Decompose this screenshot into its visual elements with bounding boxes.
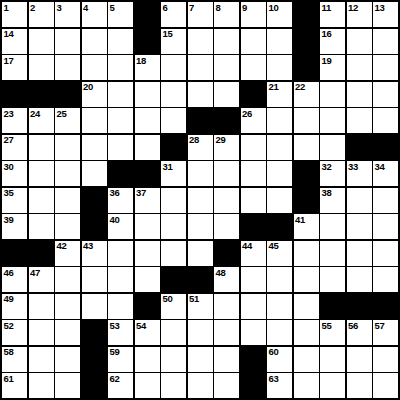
block-cell-r12c15 (373, 294, 398, 319)
letter-cell-r4c7[interactable] (161, 82, 186, 107)
letter-cell-r11c9[interactable]: 48 (214, 267, 239, 292)
clue-number-39: 39 (4, 215, 14, 225)
letter-cell-r11c2[interactable]: 47 (29, 267, 54, 292)
block-cell-r4c10 (241, 82, 266, 107)
block-cell-r7c12 (294, 161, 319, 186)
block-cell-r14c10 (241, 347, 266, 372)
letter-cell-r11c3[interactable] (55, 267, 80, 292)
letter-cell-r4c15[interactable] (373, 82, 398, 107)
letter-cell-r2c5[interactable] (108, 29, 133, 54)
clue-number-20: 20 (83, 82, 93, 92)
clue-number-3: 3 (57, 3, 62, 13)
letter-cell-r10c14[interactable] (347, 241, 372, 266)
letter-cell-r15c3[interactable] (55, 373, 80, 398)
clue-number-35: 35 (4, 188, 14, 198)
letter-cell-r6c1[interactable]: 27 (2, 135, 27, 160)
clue-number-1: 1 (4, 3, 9, 13)
block-cell-r12c14 (347, 294, 372, 319)
block-cell-r6c14 (347, 135, 372, 160)
letter-cell-r8c5[interactable]: 36 (108, 188, 133, 213)
letter-cell-r1c15[interactable]: 13 (373, 2, 398, 27)
letter-cell-r11c6[interactable] (135, 267, 160, 292)
letter-cell-r4c4[interactable]: 20 (82, 82, 107, 107)
clue-number-21: 21 (269, 82, 279, 92)
letter-cell-r10c12[interactable] (294, 241, 319, 266)
letter-cell-r2c4[interactable] (82, 29, 107, 54)
letter-cell-r15c7[interactable] (161, 373, 186, 398)
letter-cell-r12c7[interactable]: 50 (161, 294, 186, 319)
letter-cell-r5c2[interactable]: 24 (29, 108, 54, 133)
letter-cell-r7c4[interactable] (82, 161, 107, 186)
letter-cell-r13c12[interactable] (294, 320, 319, 345)
letter-cell-r5c1[interactable]: 23 (2, 108, 27, 133)
clue-number-47: 47 (30, 268, 40, 278)
letter-cell-r8c1[interactable]: 35 (2, 188, 27, 213)
letter-cell-r8c6[interactable]: 37 (135, 188, 160, 213)
clue-number-29: 29 (216, 135, 226, 145)
letter-cell-r3c13[interactable]: 19 (320, 55, 345, 80)
clue-number-49: 49 (4, 294, 14, 304)
letter-cell-r13c10[interactable] (241, 320, 266, 345)
letter-cell-r4c6[interactable] (135, 82, 160, 107)
clue-number-44: 44 (242, 241, 252, 251)
clue-number-31: 31 (163, 162, 173, 172)
clue-number-53: 53 (110, 321, 120, 331)
letter-cell-r13c2[interactable] (29, 320, 54, 345)
letter-cell-r4c5[interactable] (108, 82, 133, 107)
letter-cell-r11c5[interactable] (108, 267, 133, 292)
letter-cell-r5c3[interactable]: 25 (55, 108, 80, 133)
letter-cell-r11c13[interactable] (320, 267, 345, 292)
letter-cell-r14c1[interactable]: 58 (2, 347, 27, 372)
clue-number-61: 61 (4, 374, 14, 384)
clue-number-62: 62 (110, 374, 120, 384)
clue-number-23: 23 (4, 109, 14, 119)
block-cell-r4c2 (29, 82, 54, 107)
letter-cell-r4c11[interactable]: 21 (267, 82, 292, 107)
letter-cell-r5c14[interactable] (347, 108, 372, 133)
letter-cell-r14c13[interactable] (320, 347, 345, 372)
letter-cell-r8c13[interactable]: 38 (320, 188, 345, 213)
letter-cell-r13c7[interactable] (161, 320, 186, 345)
block-cell-r3c12 (294, 55, 319, 80)
letter-cell-r10c13[interactable] (320, 241, 345, 266)
letter-cell-r10c6[interactable] (135, 241, 160, 266)
letter-cell-r7c15[interactable]: 34 (373, 161, 398, 186)
letter-cell-r6c11[interactable] (267, 135, 292, 160)
letter-cell-r3c4[interactable] (82, 55, 107, 80)
block-cell-r9c4 (82, 214, 107, 239)
block-cell-r10c2 (29, 241, 54, 266)
letter-cell-r10c7[interactable] (161, 241, 186, 266)
letter-cell-r1c2[interactable]: 2 (29, 2, 54, 27)
letter-cell-r3c1[interactable]: 17 (2, 55, 27, 80)
letter-cell-r15c15[interactable] (373, 373, 398, 398)
clue-number-42: 42 (57, 241, 67, 251)
letter-cell-r15c2[interactable] (29, 373, 54, 398)
clue-number-38: 38 (322, 188, 332, 198)
letter-cell-r15c1[interactable]: 61 (2, 373, 27, 398)
letter-cell-r8c8[interactable] (188, 188, 213, 213)
letter-cell-r8c7[interactable] (161, 188, 186, 213)
letter-cell-r11c14[interactable] (347, 267, 372, 292)
block-cell-r7c5 (108, 161, 133, 186)
letter-cell-r12c3[interactable] (55, 294, 80, 319)
letter-cell-r2c10[interactable] (241, 29, 266, 54)
letter-cell-r9c13[interactable] (320, 214, 345, 239)
clue-number-57: 57 (375, 321, 385, 331)
letter-cell-r14c12[interactable] (294, 347, 319, 372)
letter-cell-r8c14[interactable] (347, 188, 372, 213)
clue-number-34: 34 (375, 162, 385, 172)
letter-cell-r9c5[interactable]: 40 (108, 214, 133, 239)
letter-cell-r6c9[interactable]: 29 (214, 135, 239, 160)
letter-cell-r8c15[interactable] (373, 188, 398, 213)
letter-cell-r6c10[interactable] (241, 135, 266, 160)
clue-number-52: 52 (4, 321, 14, 331)
letter-cell-r2c14[interactable] (347, 29, 372, 54)
letter-cell-r9c3[interactable] (55, 214, 80, 239)
clue-number-7: 7 (189, 3, 194, 13)
clue-number-2: 2 (30, 3, 35, 13)
letter-cell-r1c14[interactable]: 12 (347, 2, 372, 27)
letter-cell-r12c5[interactable] (108, 294, 133, 319)
letter-cell-r11c11[interactable] (267, 267, 292, 292)
letter-cell-r15c9[interactable] (214, 373, 239, 398)
letter-cell-r15c11[interactable]: 63 (267, 373, 292, 398)
letter-cell-r3c14[interactable] (347, 55, 372, 80)
block-cell-r4c1 (2, 82, 27, 107)
letter-cell-r13c13[interactable]: 55 (320, 320, 345, 345)
letter-cell-r2c1[interactable]: 14 (2, 29, 27, 54)
letter-cell-r5c10[interactable]: 26 (241, 108, 266, 133)
clue-number-45: 45 (269, 241, 279, 251)
letter-cell-r3c10[interactable] (241, 55, 266, 80)
letter-cell-r3c5[interactable] (108, 55, 133, 80)
letter-cell-r9c9[interactable] (214, 214, 239, 239)
letter-cell-r5c15[interactable] (373, 108, 398, 133)
letter-cell-r1c11[interactable]: 10 (267, 2, 292, 27)
letter-cell-r1c5[interactable]: 5 (108, 2, 133, 27)
letter-cell-r10c4[interactable]: 43 (82, 241, 107, 266)
block-cell-r5c9 (214, 108, 239, 133)
letter-cell-r2c15[interactable] (373, 29, 398, 54)
clue-number-40: 40 (110, 215, 120, 225)
block-cell-r13c4 (82, 320, 107, 345)
clue-number-4: 4 (83, 3, 88, 13)
letter-cell-r13c6[interactable]: 54 (135, 320, 160, 345)
letter-cell-r4c13[interactable] (320, 82, 345, 107)
letter-cell-r13c1[interactable]: 52 (2, 320, 27, 345)
letter-cell-r11c4[interactable] (82, 267, 107, 292)
letter-cell-r12c10[interactable] (241, 294, 266, 319)
clue-number-54: 54 (136, 321, 146, 331)
letter-cell-r4c12[interactable]: 22 (294, 82, 319, 107)
clue-number-32: 32 (322, 162, 332, 172)
letter-cell-r6c2[interactable] (29, 135, 54, 160)
clue-number-37: 37 (136, 188, 146, 198)
letter-cell-r10c5[interactable] (108, 241, 133, 266)
clue-number-15: 15 (163, 29, 173, 39)
letter-cell-r8c3[interactable] (55, 188, 80, 213)
block-cell-r6c7 (161, 135, 186, 160)
letter-cell-r12c2[interactable] (29, 294, 54, 319)
letter-cell-r11c12[interactable] (294, 267, 319, 292)
letter-cell-r1c9[interactable]: 8 (214, 2, 239, 27)
clue-number-27: 27 (4, 135, 14, 145)
block-cell-r12c13 (320, 294, 345, 319)
clue-number-56: 56 (348, 321, 358, 331)
block-cell-r8c12 (294, 188, 319, 213)
letter-cell-r7c2[interactable] (29, 161, 54, 186)
clue-number-59: 59 (110, 347, 120, 357)
letter-cell-r1c8[interactable]: 7 (188, 2, 213, 27)
letter-cell-r10c8[interactable] (188, 241, 213, 266)
block-cell-r1c6 (135, 2, 160, 27)
letter-cell-r15c6[interactable] (135, 373, 160, 398)
block-cell-r14c4 (82, 347, 107, 372)
letter-cell-r8c2[interactable] (29, 188, 54, 213)
letter-cell-r4c9[interactable] (214, 82, 239, 107)
clue-number-46: 46 (4, 268, 14, 278)
letter-cell-r15c13[interactable] (320, 373, 345, 398)
letter-cell-r14c14[interactable] (347, 347, 372, 372)
letter-cell-r1c7[interactable]: 6 (161, 2, 186, 27)
letter-cell-r9c8[interactable] (188, 214, 213, 239)
clue-number-10: 10 (269, 3, 279, 13)
block-cell-r1c12 (294, 2, 319, 27)
clue-number-8: 8 (216, 3, 221, 13)
letter-cell-r15c5[interactable]: 62 (108, 373, 133, 398)
letter-cell-r14c5[interactable]: 59 (108, 347, 133, 372)
letter-cell-r4c8[interactable] (188, 82, 213, 107)
letter-cell-r5c5[interactable] (108, 108, 133, 133)
letter-cell-r14c7[interactable] (161, 347, 186, 372)
letter-cell-r13c11[interactable] (267, 320, 292, 345)
letter-cell-r10c11[interactable]: 45 (267, 241, 292, 266)
letter-cell-r9c15[interactable] (373, 214, 398, 239)
letter-cell-r9c6[interactable] (135, 214, 160, 239)
letter-cell-r3c2[interactable] (29, 55, 54, 80)
letter-cell-r13c9[interactable] (214, 320, 239, 345)
block-cell-r9c11 (267, 214, 292, 239)
letter-cell-r3c6[interactable]: 18 (135, 55, 160, 80)
letter-cell-r7c11[interactable] (267, 161, 292, 186)
block-cell-r12c6 (135, 294, 160, 319)
letter-cell-r2c8[interactable] (188, 29, 213, 54)
letter-cell-r1c13[interactable]: 11 (320, 2, 345, 27)
clue-number-41: 41 (295, 215, 305, 225)
letter-cell-r4c14[interactable] (347, 82, 372, 107)
letter-cell-r14c15[interactable] (373, 347, 398, 372)
letter-cell-r3c11[interactable] (267, 55, 292, 80)
clue-number-6: 6 (163, 3, 168, 13)
letter-cell-r14c8[interactable] (188, 347, 213, 372)
letter-cell-r13c8[interactable] (188, 320, 213, 345)
letter-cell-r12c4[interactable] (82, 294, 107, 319)
letter-cell-r1c1[interactable]: 1 (2, 2, 27, 27)
clue-number-63: 63 (269, 374, 279, 384)
letter-cell-r2c13[interactable]: 16 (320, 29, 345, 54)
letter-cell-r6c3[interactable] (55, 135, 80, 160)
letter-cell-r7c13[interactable]: 32 (320, 161, 345, 186)
letter-cell-r8c11[interactable] (267, 188, 292, 213)
letter-cell-r8c10[interactable] (241, 188, 266, 213)
clue-number-24: 24 (30, 109, 40, 119)
letter-cell-r9c2[interactable] (29, 214, 54, 239)
block-cell-r11c8 (188, 267, 213, 292)
letter-cell-r12c1[interactable]: 49 (2, 294, 27, 319)
clue-number-60: 60 (269, 347, 279, 357)
clue-number-18: 18 (136, 56, 146, 66)
clue-number-5: 5 (110, 3, 115, 13)
letter-cell-r11c1[interactable]: 46 (2, 267, 27, 292)
letter-cell-r3c7[interactable] (161, 55, 186, 80)
clue-number-13: 13 (375, 3, 385, 13)
clue-number-25: 25 (57, 109, 67, 119)
letter-cell-r6c13[interactable] (320, 135, 345, 160)
letter-cell-r2c9[interactable] (214, 29, 239, 54)
letter-cell-r13c5[interactable]: 53 (108, 320, 133, 345)
letter-cell-r6c5[interactable] (108, 135, 133, 160)
clue-number-43: 43 (83, 241, 93, 251)
letter-cell-r13c3[interactable] (55, 320, 80, 345)
letter-cell-r7c7[interactable]: 31 (161, 161, 186, 186)
letter-cell-r15c8[interactable] (188, 373, 213, 398)
clue-number-51: 51 (189, 294, 199, 304)
letter-cell-r6c8[interactable]: 28 (188, 135, 213, 160)
block-cell-r7c6 (135, 161, 160, 186)
letter-cell-r7c1[interactable]: 30 (2, 161, 27, 186)
letter-cell-r11c10[interactable] (241, 267, 266, 292)
block-cell-r9c10 (241, 214, 266, 239)
letter-cell-r1c3[interactable]: 3 (55, 2, 80, 27)
letter-cell-r13c15[interactable]: 57 (373, 320, 398, 345)
letter-cell-r6c4[interactable] (82, 135, 107, 160)
clue-number-58: 58 (4, 347, 14, 357)
letter-cell-r3c15[interactable] (373, 55, 398, 80)
block-cell-r15c4 (82, 373, 107, 398)
clue-number-17: 17 (4, 56, 14, 66)
block-cell-r15c10 (241, 373, 266, 398)
letter-cell-r6c6[interactable] (135, 135, 160, 160)
letter-cell-r10c3[interactable]: 42 (55, 241, 80, 266)
block-cell-r10c1 (2, 241, 27, 266)
letter-cell-r5c7[interactable] (161, 108, 186, 133)
block-cell-r8c4 (82, 188, 107, 213)
letter-cell-r5c11[interactable] (267, 108, 292, 133)
clue-number-16: 16 (322, 29, 332, 39)
clue-number-48: 48 (216, 268, 226, 278)
letter-cell-r2c2[interactable] (29, 29, 54, 54)
clue-number-14: 14 (4, 29, 14, 39)
letter-cell-r2c7[interactable]: 15 (161, 29, 186, 54)
clue-number-30: 30 (4, 162, 14, 172)
letter-cell-r3c3[interactable] (55, 55, 80, 80)
letter-cell-r10c15[interactable] (373, 241, 398, 266)
clue-number-33: 33 (348, 162, 358, 172)
block-cell-r4c3 (55, 82, 80, 107)
clue-number-26: 26 (242, 109, 252, 119)
block-cell-r10c9 (214, 241, 239, 266)
letter-cell-r5c4[interactable] (82, 108, 107, 133)
clue-number-36: 36 (110, 188, 120, 198)
letter-cell-r1c10[interactable]: 9 (241, 2, 266, 27)
letter-cell-r7c8[interactable] (188, 161, 213, 186)
letter-cell-r1c4[interactable]: 4 (82, 2, 107, 27)
letter-cell-r13c14[interactable]: 56 (347, 320, 372, 345)
letter-cell-r14c11[interactable]: 60 (267, 347, 292, 372)
letter-cell-r9c14[interactable] (347, 214, 372, 239)
clue-number-55: 55 (322, 321, 332, 331)
letter-cell-r14c2[interactable] (29, 347, 54, 372)
letter-cell-r10c10[interactable]: 44 (241, 241, 266, 266)
letter-cell-r5c12[interactable] (294, 108, 319, 133)
clue-number-12: 12 (348, 3, 358, 13)
block-cell-r11c7 (161, 267, 186, 292)
letter-cell-r3c9[interactable] (214, 55, 239, 80)
letter-cell-r7c10[interactable] (241, 161, 266, 186)
letter-cell-r12c11[interactable] (267, 294, 292, 319)
letter-cell-r5c13[interactable] (320, 108, 345, 133)
clue-number-11: 11 (322, 3, 331, 13)
letter-cell-r12c9[interactable] (214, 294, 239, 319)
letter-cell-r8c9[interactable] (214, 188, 239, 213)
clue-number-9: 9 (242, 3, 247, 13)
letter-cell-r14c6[interactable] (135, 347, 160, 372)
letter-cell-r9c12[interactable]: 41 (294, 214, 319, 239)
letter-cell-r5c6[interactable] (135, 108, 160, 133)
block-cell-r6c15 (373, 135, 398, 160)
block-cell-r2c6 (135, 29, 160, 54)
clue-number-22: 22 (295, 82, 305, 92)
block-cell-r5c8 (188, 108, 213, 133)
letter-cell-r11c15[interactable] (373, 267, 398, 292)
letter-cell-r14c3[interactable] (55, 347, 80, 372)
letter-cell-r12c8[interactable]: 51 (188, 294, 213, 319)
letter-cell-r6c12[interactable] (294, 135, 319, 160)
clue-number-50: 50 (163, 294, 173, 304)
letter-cell-r15c14[interactable] (347, 373, 372, 398)
letter-cell-r7c3[interactable] (55, 161, 80, 186)
clue-number-28: 28 (189, 135, 199, 145)
letter-cell-r2c11[interactable] (267, 29, 292, 54)
block-cell-r2c12 (294, 29, 319, 54)
clue-number-19: 19 (322, 56, 332, 66)
letter-cell-r2c3[interactable] (55, 29, 80, 54)
letter-cell-r15c12[interactable] (294, 373, 319, 398)
letter-cell-r3c8[interactable] (188, 55, 213, 80)
letter-cell-r9c1[interactable]: 39 (2, 214, 27, 239)
letter-cell-r12c12[interactable] (294, 294, 319, 319)
letter-cell-r14c9[interactable] (214, 347, 239, 372)
letter-cell-r7c9[interactable] (214, 161, 239, 186)
crossword-grid: 1234567891011121314151617181920212223242… (0, 0, 400, 400)
letter-cell-r7c14[interactable]: 33 (347, 161, 372, 186)
letter-cell-r9c7[interactable] (161, 214, 186, 239)
